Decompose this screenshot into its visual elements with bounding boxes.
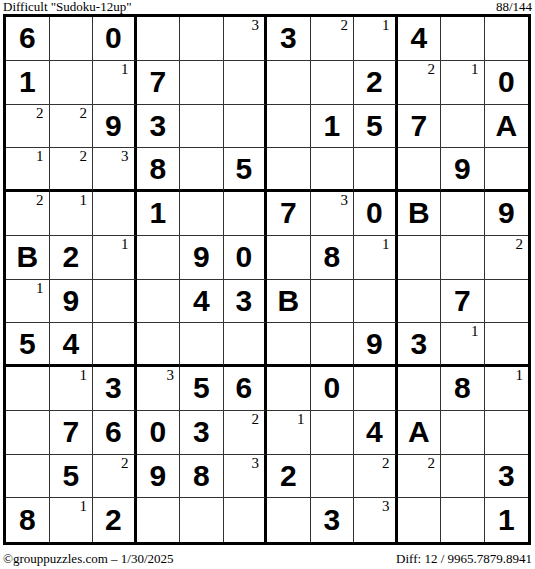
cell-r11c8[interactable] [311, 455, 355, 499]
cell-r12c11[interactable] [441, 498, 485, 542]
cell-r5c10[interactable]: B [398, 192, 442, 236]
corner-mark: 2 [36, 105, 44, 122]
cell-r11c12[interactable]: 3 [485, 455, 529, 499]
cell-r3c5[interactable] [180, 105, 224, 149]
cell-r3c8[interactable]: 1 [311, 105, 355, 149]
cell-r11c5[interactable]: 8 [180, 455, 224, 499]
cell-r7c2[interactable]: 9 [50, 280, 94, 324]
given-value: 0 [354, 192, 395, 235]
cell-r10c6[interactable]: 2 [224, 411, 268, 455]
cell-r2c12[interactable]: 0 [485, 61, 529, 105]
cell-r5c11[interactable] [441, 192, 485, 236]
cell-r5c8[interactable]: 3 [311, 192, 355, 236]
cell-r5c6[interactable] [224, 192, 268, 236]
given-value: 3 [398, 323, 441, 364]
given-value: 0 [137, 411, 180, 454]
cell-r12c5[interactable] [180, 498, 224, 542]
cell-r3c7[interactable] [267, 105, 311, 149]
given-value: 7 [137, 61, 180, 104]
given-value: 1 [137, 192, 180, 235]
cell-r9c5[interactable]: 5 [180, 367, 224, 411]
given-value: 7 [441, 280, 484, 323]
sudoku-board: 603321411722102293157A123859211730B9B219… [3, 14, 531, 545]
given-value: 3 [267, 17, 310, 60]
cell-r6c10[interactable] [398, 236, 442, 280]
corner-mark: 1 [80, 367, 88, 384]
cell-r5c1[interactable]: 2 [6, 192, 50, 236]
cell-r2c2[interactable] [50, 61, 94, 105]
difficulty-info: Diff: 12 / 9965.7879.8941 [396, 551, 532, 566]
given-value: 1 [485, 498, 529, 542]
cell-r6c8[interactable]: 8 [311, 236, 355, 280]
cell-r9c2[interactable]: 1 [50, 367, 94, 411]
cell-r1c10[interactable]: 4 [398, 17, 442, 61]
cell-r7c8[interactable] [311, 280, 355, 324]
cell-r3c10[interactable]: 7 [398, 105, 442, 149]
cell-r6c2[interactable]: 2 [50, 236, 94, 280]
given-value: 9 [93, 105, 134, 148]
given-value: 8 [6, 498, 49, 542]
given-value: 3 [224, 280, 265, 323]
cell-r7c1[interactable]: 1 [6, 280, 50, 324]
cell-r6c12[interactable]: 2 [485, 236, 529, 280]
given-value: 7 [398, 105, 441, 148]
cell-r11c10[interactable]: 2 [398, 455, 442, 499]
corner-mark: 1 [471, 61, 479, 78]
corner-mark: 3 [341, 192, 349, 209]
cell-r4c9[interactable] [354, 148, 398, 192]
cell-r6c6[interactable]: 0 [224, 236, 268, 280]
cell-r11c1[interactable] [6, 455, 50, 499]
cell-r6c11[interactable] [441, 236, 485, 280]
given-value: 0 [311, 367, 354, 410]
cell-r3c6[interactable] [224, 105, 268, 149]
cell-r6c5[interactable]: 9 [180, 236, 224, 280]
given-value: 7 [267, 192, 310, 235]
given-value: 3 [485, 455, 529, 498]
cell-r12c2[interactable]: 1 [50, 498, 94, 542]
corner-mark: 2 [428, 61, 436, 78]
cell-r9c4[interactable]: 3 [137, 367, 181, 411]
remaining-cells-counter: 88/144 [496, 0, 532, 14]
cell-r9c3[interactable]: 3 [93, 367, 137, 411]
cell-r7c3[interactable] [93, 280, 137, 324]
corner-mark: 1 [36, 148, 44, 165]
corner-mark: 2 [428, 455, 436, 472]
corner-mark: 1 [382, 236, 390, 253]
corner-mark: 3 [252, 455, 260, 472]
cell-r5c2[interactable]: 1 [50, 192, 94, 236]
cell-r10c9[interactable]: 4 [354, 411, 398, 455]
given-value: 6 [224, 367, 265, 410]
cell-r1c9[interactable]: 1 [354, 17, 398, 61]
cell-r4c7[interactable] [267, 148, 311, 192]
given-value: B [398, 192, 441, 235]
given-value: 0 [93, 17, 134, 60]
cell-r4c3[interactable]: 3 [93, 148, 137, 192]
cell-r8c9[interactable]: 9 [354, 323, 398, 367]
cell-r3c3[interactable]: 9 [93, 105, 137, 149]
corner-mark: 2 [516, 236, 524, 253]
given-value: 3 [311, 498, 354, 542]
cell-r10c12[interactable] [485, 411, 529, 455]
given-value: 0 [485, 61, 529, 104]
corner-mark: 1 [121, 236, 129, 253]
cell-r1c4[interactable] [137, 17, 181, 61]
cell-r9c6[interactable]: 6 [224, 367, 268, 411]
given-value: 2 [267, 455, 310, 498]
cell-r4c1[interactable]: 1 [6, 148, 50, 192]
copyright-date: ©grouppuzzles.com – 1/30/2025 [3, 551, 174, 566]
given-value: 8 [311, 236, 354, 279]
cell-r7c5[interactable]: 4 [180, 280, 224, 324]
corner-mark: 2 [80, 148, 88, 165]
cell-r1c7[interactable]: 3 [267, 17, 311, 61]
cell-r7c10[interactable] [398, 280, 442, 324]
corner-mark: 2 [252, 411, 260, 428]
cell-r12c12[interactable]: 1 [485, 498, 529, 542]
cell-r10c8[interactable] [311, 411, 355, 455]
cell-r4c10[interactable] [398, 148, 442, 192]
corner-mark: 1 [382, 17, 390, 34]
cell-r10c7[interactable]: 1 [267, 411, 311, 455]
given-value: A [485, 105, 529, 148]
given-value: 2 [354, 61, 395, 104]
cell-r7c6[interactable]: 3 [224, 280, 268, 324]
cell-r7c11[interactable]: 7 [441, 280, 485, 324]
cell-r3c1[interactable]: 2 [6, 105, 50, 149]
corner-mark: 1 [471, 323, 479, 340]
cell-r2c9[interactable]: 2 [354, 61, 398, 105]
cell-r9c7[interactable] [267, 367, 311, 411]
cell-r5c7[interactable]: 7 [267, 192, 311, 236]
page-footer: ©grouppuzzles.com – 1/30/2025 Diff: 12 /… [3, 549, 532, 566]
cell-r12c1[interactable]: 8 [6, 498, 50, 542]
corner-mark: 1 [297, 411, 305, 428]
cell-r11c7[interactable]: 2 [267, 455, 311, 499]
cell-r8c2[interactable]: 4 [50, 323, 94, 367]
cell-r12c8[interactable]: 3 [311, 498, 355, 542]
given-value: 5 [224, 148, 265, 189]
cell-r8c6[interactable] [224, 323, 268, 367]
corner-mark: 1 [36, 280, 44, 297]
given-value: 2 [50, 236, 93, 279]
cell-r10c2[interactable]: 7 [50, 411, 94, 455]
given-value: 5 [354, 105, 395, 148]
given-value: 3 [93, 367, 134, 410]
cell-r2c11[interactable]: 1 [441, 61, 485, 105]
cell-r12c4[interactable] [137, 498, 181, 542]
cell-r2c6[interactable] [224, 61, 268, 105]
cell-r3c4[interactable]: 3 [137, 105, 181, 149]
cell-r9c8[interactable]: 0 [311, 367, 355, 411]
cell-r9c11[interactable]: 8 [441, 367, 485, 411]
cell-r11c11[interactable] [441, 455, 485, 499]
given-value: 5 [180, 367, 223, 410]
given-value: 2 [93, 498, 134, 542]
cell-r2c10[interactable]: 2 [398, 61, 442, 105]
cell-r11c2[interactable]: 5 [50, 455, 94, 499]
cell-r3c11[interactable] [441, 105, 485, 149]
cell-r1c2[interactable] [50, 17, 94, 61]
cell-r6c1[interactable]: B [6, 236, 50, 280]
corner-mark: 2 [341, 17, 349, 34]
given-value: 8 [441, 367, 484, 410]
cell-r1c8[interactable]: 2 [311, 17, 355, 61]
corner-mark: 1 [80, 192, 88, 209]
cell-r4c8[interactable] [311, 148, 355, 192]
given-value: 3 [180, 411, 223, 454]
cell-r6c7[interactable] [267, 236, 311, 280]
cell-r2c4[interactable]: 7 [137, 61, 181, 105]
cell-r1c3[interactable]: 0 [93, 17, 137, 61]
given-value: 1 [6, 61, 49, 104]
given-value: A [398, 411, 441, 454]
given-value: 9 [354, 323, 395, 364]
cell-r12c7[interactable] [267, 498, 311, 542]
corner-mark: 3 [252, 17, 260, 34]
cell-r11c4[interactable]: 9 [137, 455, 181, 499]
given-value: 5 [50, 455, 93, 498]
cell-r6c4[interactable] [137, 236, 181, 280]
given-value: 6 [6, 17, 49, 60]
cell-r9c12[interactable]: 1 [485, 367, 529, 411]
cell-r10c3[interactable]: 6 [93, 411, 137, 455]
given-value: 4 [398, 17, 441, 60]
cell-r1c1[interactable]: 6 [6, 17, 50, 61]
page-header: Difficult "Sudoku-12up" 88/144 [3, 0, 532, 14]
cell-r9c1[interactable] [6, 367, 50, 411]
cell-r3c12[interactable]: A [485, 105, 529, 149]
cell-r4c12[interactable] [485, 148, 529, 192]
corner-mark: 3 [382, 498, 390, 515]
cell-r9c10[interactable] [398, 367, 442, 411]
cell-r10c1[interactable] [6, 411, 50, 455]
cell-r6c3[interactable]: 1 [93, 236, 137, 280]
given-value: 5 [6, 323, 49, 364]
cell-r8c5[interactable] [180, 323, 224, 367]
cell-r8c3[interactable] [93, 323, 137, 367]
given-value: 3 [137, 105, 180, 148]
cell-r2c8[interactable] [311, 61, 355, 105]
puzzle-page: Difficult "Sudoku-12up" 88/144 603321411… [0, 0, 535, 569]
cell-r12c9[interactable]: 3 [354, 498, 398, 542]
cell-r12c6[interactable] [224, 498, 268, 542]
cell-r7c9[interactable] [354, 280, 398, 324]
cell-r3c9[interactable]: 5 [354, 105, 398, 149]
cell-r7c12[interactable] [485, 280, 529, 324]
corner-mark: 3 [121, 148, 129, 165]
cell-r10c11[interactable] [441, 411, 485, 455]
cell-r10c4[interactable]: 0 [137, 411, 181, 455]
cell-r5c9[interactable]: 0 [354, 192, 398, 236]
cell-r10c5[interactable]: 3 [180, 411, 224, 455]
cell-r2c3[interactable]: 1 [93, 61, 137, 105]
given-value: 4 [180, 280, 223, 323]
cell-r8c8[interactable] [311, 323, 355, 367]
cell-r4c4[interactable]: 8 [137, 148, 181, 192]
cell-r5c12[interactable]: 9 [485, 192, 529, 236]
corner-mark: 2 [121, 455, 129, 472]
puzzle-title: Difficult "Sudoku-12up" [3, 0, 131, 14]
given-value: B [267, 280, 310, 323]
given-value: 0 [224, 236, 265, 279]
cell-r11c3[interactable]: 2 [93, 455, 137, 499]
cell-r11c9[interactable]: 2 [354, 455, 398, 499]
cell-r8c4[interactable] [137, 323, 181, 367]
cell-r8c11[interactable]: 1 [441, 323, 485, 367]
cell-r1c12[interactable] [485, 17, 529, 61]
cell-r8c1[interactable]: 5 [6, 323, 50, 367]
cell-r1c6[interactable]: 3 [224, 17, 268, 61]
corner-mark: 3 [167, 367, 175, 384]
given-value: 9 [137, 455, 180, 498]
given-value: B [6, 236, 49, 279]
given-value: 4 [354, 411, 395, 454]
cell-r8c10[interactable]: 3 [398, 323, 442, 367]
corner-mark: 2 [382, 455, 390, 472]
given-value: 8 [137, 148, 180, 189]
given-value: 9 [441, 148, 484, 189]
cell-r8c7[interactable] [267, 323, 311, 367]
given-value: 9 [180, 236, 223, 279]
given-value: 1 [311, 105, 354, 148]
cell-r5c3[interactable] [93, 192, 137, 236]
given-value: 8 [180, 455, 223, 498]
given-value: 9 [485, 192, 529, 235]
cell-r4c5[interactable] [180, 148, 224, 192]
cell-r4c6[interactable]: 5 [224, 148, 268, 192]
cell-r9c9[interactable] [354, 367, 398, 411]
cell-r12c10[interactable] [398, 498, 442, 542]
cell-r2c5[interactable] [180, 61, 224, 105]
given-value: 6 [93, 411, 134, 454]
cell-r7c4[interactable] [137, 280, 181, 324]
corner-mark: 1 [80, 498, 88, 515]
cell-r4c11[interactable]: 9 [441, 148, 485, 192]
cell-r2c7[interactable] [267, 61, 311, 105]
cell-r2c1[interactable]: 1 [6, 61, 50, 105]
cell-r5c5[interactable] [180, 192, 224, 236]
cell-r11c6[interactable]: 3 [224, 455, 268, 499]
cell-r12c3[interactable]: 2 [93, 498, 137, 542]
cell-r1c5[interactable] [180, 17, 224, 61]
corner-mark: 1 [516, 367, 524, 384]
cell-r1c11[interactable] [441, 17, 485, 61]
cell-r8c12[interactable] [485, 323, 529, 367]
cell-r10c10[interactable]: A [398, 411, 442, 455]
corner-mark: 2 [36, 192, 44, 209]
cell-r7c7[interactable]: B [267, 280, 311, 324]
corner-mark: 2 [80, 105, 88, 122]
cell-r5c4[interactable]: 1 [137, 192, 181, 236]
cell-r6c9[interactable]: 1 [354, 236, 398, 280]
given-value: 4 [50, 323, 93, 364]
given-value: 9 [50, 280, 93, 323]
corner-mark: 1 [121, 61, 129, 78]
given-value: 7 [50, 411, 93, 454]
cell-r3c2[interactable]: 2 [50, 105, 94, 149]
cell-r4c2[interactable]: 2 [50, 148, 94, 192]
